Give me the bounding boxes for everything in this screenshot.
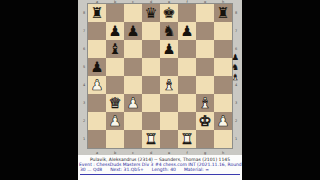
square-f2 <box>178 112 196 130</box>
black-pawn-piece: ♟ <box>124 22 142 40</box>
move-info-line: 30 ... Qd8Next: 31.Qb5+Length: 40Materia… <box>78 167 242 172</box>
game-caption: Pulavik, Aleksandrus (2314) -- Saunders,… <box>78 155 242 180</box>
square-b8 <box>106 4 124 22</box>
caption-divider <box>80 174 240 175</box>
square-h3 <box>214 94 232 112</box>
square-g5 <box>196 58 214 76</box>
square-a6 <box>88 40 106 58</box>
square-c8 <box>124 4 142 22</box>
square-g6 <box>196 40 214 58</box>
square-c6 <box>124 40 142 58</box>
square-g2: ♚ <box>196 112 214 130</box>
black-pawn-piece: ♟ <box>178 22 196 40</box>
letterbox-right <box>242 0 320 180</box>
square-e1 <box>160 130 178 148</box>
white-king-piece: ♚ <box>196 112 214 130</box>
square-h7 <box>214 22 232 40</box>
square-g8 <box>196 4 214 22</box>
rank-label-1: 1 <box>81 130 87 148</box>
square-e8: ♚ <box>160 4 178 22</box>
rank-label-8: 8 <box>81 4 87 22</box>
white-bishop-piece: ♝ <box>160 76 178 94</box>
players-line: Pulavik, Aleksandrus (2314) -- Saunders,… <box>78 155 242 162</box>
square-c1 <box>124 130 142 148</box>
square-c7: ♟ <box>124 22 142 40</box>
square-h2: ♟ <box>214 112 232 130</box>
white-bishop-piece: ♝ <box>196 94 214 112</box>
square-e6: ♟ <box>160 40 178 58</box>
square-b5 <box>106 58 124 76</box>
square-f7: ♟ <box>178 22 196 40</box>
square-d2 <box>142 112 160 130</box>
white-pawn-piece: ♟ <box>214 112 232 130</box>
material-balance-tray: ♟♞♝ <box>231 52 242 82</box>
square-d7 <box>142 22 160 40</box>
white-queen-piece: ♛ <box>106 94 124 112</box>
rank-label-4: 4 <box>81 76 87 94</box>
video-frame: abcdefgh abcdefgh 87654321 87654321 ♜♛♚♜… <box>0 0 320 180</box>
white-pawn-piece: ♟ <box>124 94 142 112</box>
black-king-piece: ♚ <box>160 4 178 22</box>
square-a3 <box>88 94 106 112</box>
rank-label-6: 6 <box>81 40 87 58</box>
move-info-token-0: 30 ... Qd8 <box>80 167 102 172</box>
square-b6: ♝ <box>106 40 124 58</box>
square-c3: ♟ <box>124 94 142 112</box>
rank-label-7: 7 <box>81 22 87 40</box>
rank-labels-left: 87654321 <box>81 4 87 148</box>
square-a1 <box>88 130 106 148</box>
rank-label-2: 2 <box>81 112 87 130</box>
black-rook-piece: ♜ <box>88 4 106 22</box>
square-h6 <box>214 40 232 58</box>
square-b2: ♟ <box>106 112 124 130</box>
square-d4 <box>142 76 160 94</box>
square-a8: ♜ <box>88 4 106 22</box>
black-rook-piece: ♜ <box>214 4 232 22</box>
square-g1 <box>196 130 214 148</box>
square-g3: ♝ <box>196 94 214 112</box>
square-e3 <box>160 94 178 112</box>
white-pawn-piece: ♟ <box>88 76 106 94</box>
square-h1 <box>214 130 232 148</box>
square-a4: ♟ <box>88 76 106 94</box>
square-f4 <box>178 76 196 94</box>
square-c2 <box>124 112 142 130</box>
square-h5 <box>214 58 232 76</box>
rank-label-5: 5 <box>81 58 87 76</box>
rank-label-3: 3 <box>81 94 87 112</box>
square-b1 <box>106 130 124 148</box>
chess-diagram-panel: abcdefgh abcdefgh 87654321 87654321 ♜♛♚♜… <box>78 0 242 180</box>
square-f6 <box>178 40 196 58</box>
black-bishop-piece: ♝ <box>106 40 124 58</box>
rank-label-1: 1 <box>233 130 239 148</box>
material-white-bishop: ♝ <box>232 72 242 82</box>
square-b7: ♟ <box>106 22 124 40</box>
move-info-token-2: Length: 40 <box>152 167 176 172</box>
square-e2 <box>160 112 178 130</box>
square-d6 <box>142 40 160 58</box>
square-f3 <box>178 94 196 112</box>
square-a2 <box>88 112 106 130</box>
square-h8: ♜ <box>214 4 232 22</box>
black-pawn-piece: ♟ <box>88 58 106 76</box>
material-black-knight: ♞ <box>232 62 242 72</box>
square-b4 <box>106 76 124 94</box>
square-b3: ♛ <box>106 94 124 112</box>
square-d8: ♛ <box>142 4 160 22</box>
white-pawn-piece: ♟ <box>106 112 124 130</box>
black-pawn-piece: ♟ <box>160 40 178 58</box>
square-f5 <box>178 58 196 76</box>
rank-label-3: 3 <box>233 94 239 112</box>
black-queen-piece: ♛ <box>142 4 160 22</box>
white-rook-piece: ♜ <box>178 130 196 148</box>
black-knight-piece: ♞ <box>160 22 178 40</box>
square-c4 <box>124 76 142 94</box>
square-g4 <box>196 76 214 94</box>
square-f1: ♜ <box>178 130 196 148</box>
rank-label-7: 7 <box>233 22 239 40</box>
rank-label-8: 8 <box>233 4 239 22</box>
material-black-pawn: ♟ <box>232 52 242 62</box>
square-e4: ♝ <box>160 76 178 94</box>
move-info-token-1: Next: 31.Qb5+ <box>110 167 144 172</box>
square-e5 <box>160 58 178 76</box>
square-a7 <box>88 22 106 40</box>
square-d3 <box>142 94 160 112</box>
chess-board: ♜♛♚♜♟♟♞♟♝♟♟♟♝♛♟♝♟♚♟♜♜ <box>88 4 232 148</box>
square-f8 <box>178 4 196 22</box>
square-e7: ♞ <box>160 22 178 40</box>
square-c5 <box>124 58 142 76</box>
white-rook-piece: ♜ <box>142 130 160 148</box>
square-d1: ♜ <box>142 130 160 148</box>
black-pawn-piece: ♟ <box>106 22 124 40</box>
letterbox-left <box>0 0 78 180</box>
square-h4 <box>214 76 232 94</box>
move-info-token-3: Material: = <box>184 167 209 172</box>
rank-label-2: 2 <box>233 112 239 130</box>
square-a5: ♟ <box>88 58 106 76</box>
square-d5 <box>142 58 160 76</box>
square-g7 <box>196 22 214 40</box>
